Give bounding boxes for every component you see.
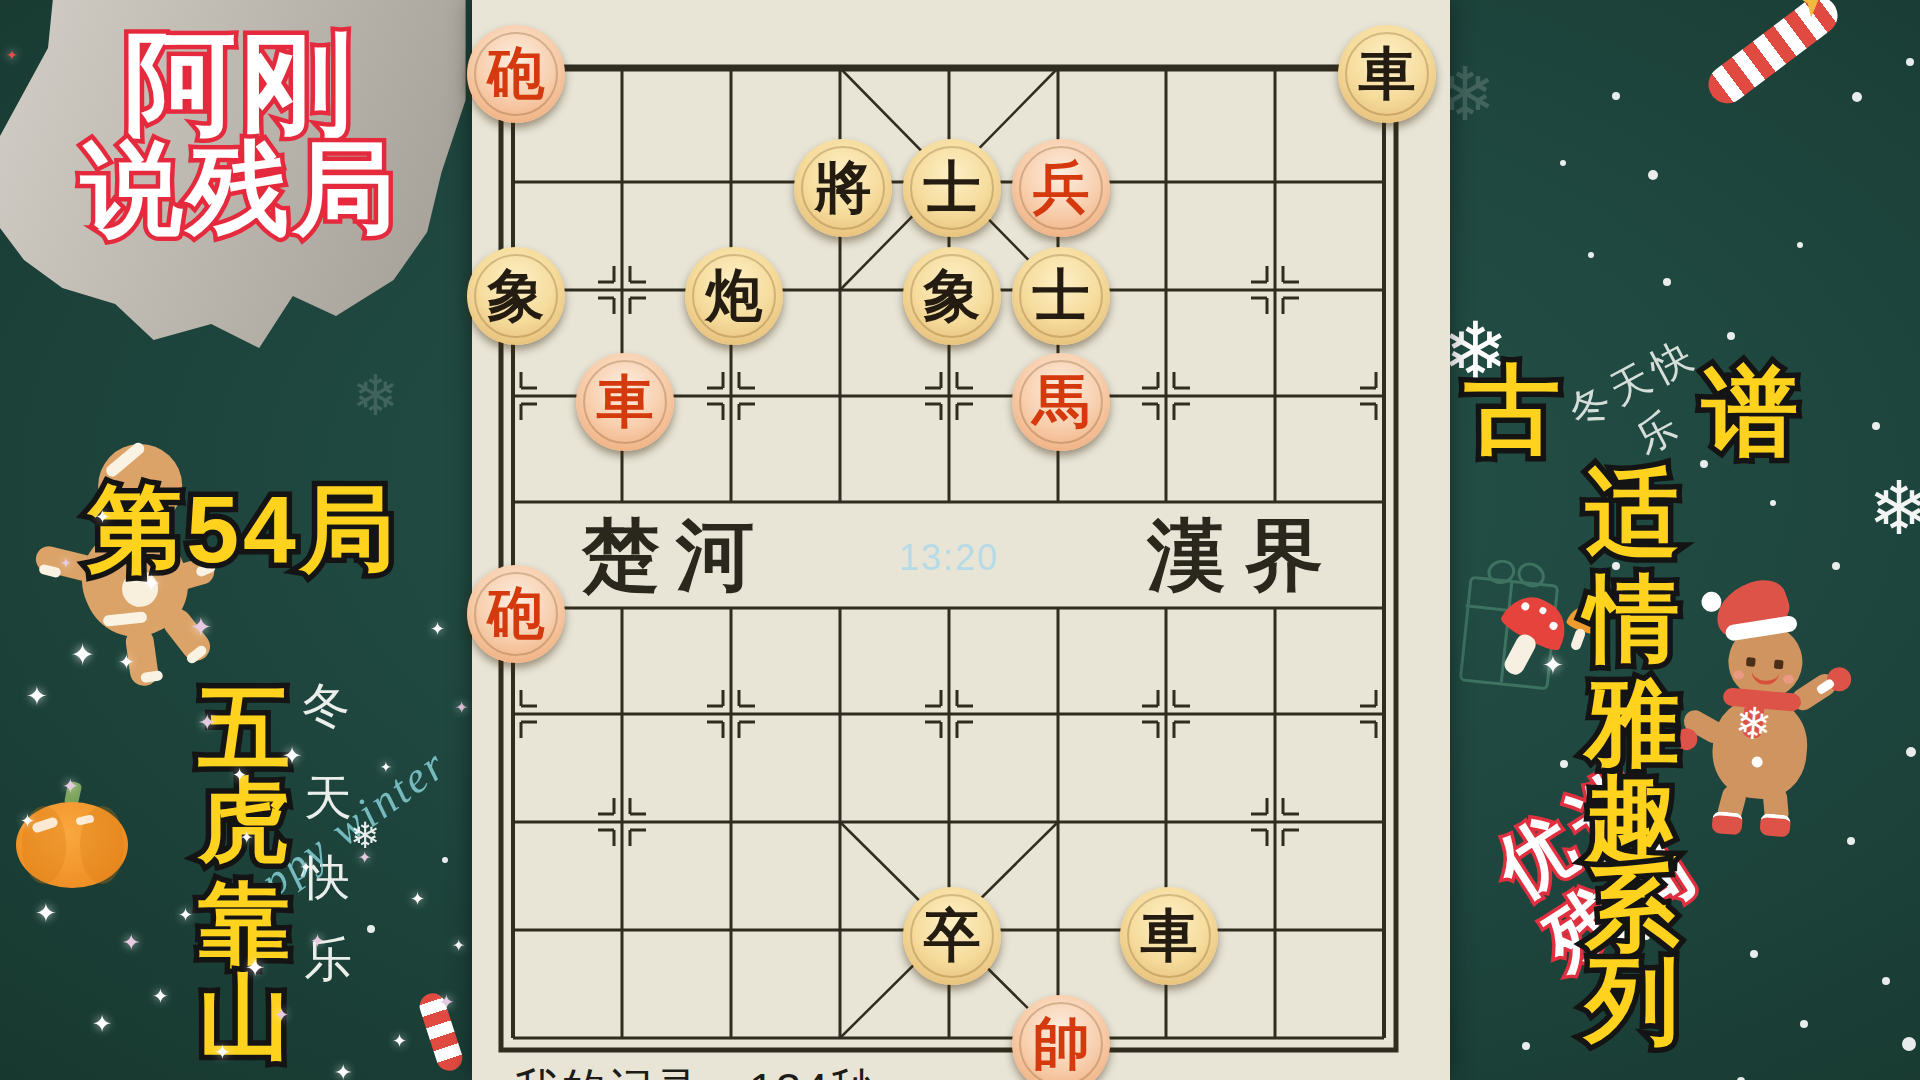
snow-dot: [1522, 1042, 1530, 1050]
snow-dot: [1588, 252, 1594, 258]
snow-dot: [1832, 562, 1840, 570]
snowflake-icon: ❄: [1733, 700, 1774, 747]
xiangqi-board[interactable]: 楚河 漢界 13:20 砲車將士兵象炮象士車馬砲卒車帥: [472, 0, 1450, 1080]
piece-character: 士: [924, 150, 981, 227]
pumpkin-icon: [14, 790, 134, 890]
sparkle-icon: ✦: [92, 1012, 112, 1036]
series-title-char: 靠: [194, 875, 294, 974]
piece-black-advisor[interactable]: 士: [1012, 247, 1110, 345]
sparkle-icon: ✦: [6, 48, 18, 62]
snow-dot: [1663, 278, 1671, 286]
game-timer: 13:20: [899, 537, 999, 578]
sparkle-icon: ✦: [20, 812, 35, 830]
piece-black-elephant[interactable]: 象: [467, 247, 565, 345]
river-text-left: 楚河: [581, 512, 770, 599]
sparkle-icon: ✦: [118, 652, 135, 672]
piece-black-chariot[interactable]: 車: [1338, 25, 1436, 123]
snow-dot: [1648, 170, 1658, 180]
sparkle-icon: ✦: [452, 938, 465, 954]
sparkle-icon: ✦: [240, 830, 253, 846]
piece-character: 炮: [706, 258, 763, 335]
sparkle-icon: ✦: [70, 640, 95, 670]
piece-red-cannon[interactable]: 砲: [467, 565, 565, 663]
piece-character: 將: [815, 150, 872, 227]
piece-character: 兵: [1033, 150, 1090, 227]
sparkle-icon: ✦: [455, 700, 468, 716]
sparkle-icon: ✦: [62, 776, 79, 796]
snow-dot: [367, 925, 375, 933]
snow-dot: [1872, 422, 1880, 430]
sparkle-icon: ✦: [190, 614, 212, 640]
piece-character: 馬: [1033, 364, 1090, 441]
piece-red-horse[interactable]: 馬: [1012, 353, 1110, 451]
candy-cane-icon: [1701, 0, 1845, 111]
piece-character: 車: [1141, 898, 1198, 975]
snow-dot: [1770, 500, 1776, 506]
piece-character: 車: [1359, 36, 1416, 113]
snow-dot: [1906, 747, 1916, 757]
sparkle-icon: ✦: [214, 1042, 231, 1062]
sparkle-icon: ✦: [1542, 652, 1564, 678]
sparkle-icon: ✦: [178, 906, 193, 924]
piece-black-elephant[interactable]: 象: [903, 247, 1001, 345]
sparkle-icon: ✦: [300, 860, 312, 874]
sparkle-icon: ✦: [392, 1032, 407, 1050]
piece-character: 帥: [1033, 1006, 1090, 1080]
piece-character: 象: [488, 258, 545, 335]
sparkle-icon: ✦: [26, 683, 48, 709]
snow-dot: [1906, 58, 1914, 66]
piece-character: 士: [1033, 258, 1090, 335]
piece-black-chariot[interactable]: 車: [1120, 887, 1218, 985]
sparkle-icon: ✦: [274, 1006, 289, 1024]
series-name-char: 情: [1582, 568, 1682, 670]
snowflake-icon: ❄: [1868, 472, 1920, 546]
snow-dot: [1612, 92, 1620, 100]
piece-character: 砲: [488, 576, 545, 653]
snow-dot: [1727, 332, 1735, 340]
snow-dot: [1847, 837, 1855, 845]
sparkle-icon: ✦: [122, 932, 140, 954]
series-name-char: 雅: [1582, 672, 1682, 774]
snow-dot: [1560, 160, 1566, 166]
sparkle-icon: ✦: [95, 508, 110, 526]
sparkle-icon: ✦: [438, 992, 455, 1012]
piece-character: 卒: [924, 898, 981, 975]
snow-dot: [1750, 950, 1758, 958]
channel-title-line2: 说残局: [15, 134, 465, 244]
snow-dot: [1902, 1037, 1916, 1051]
sparkle-icon: ✦: [310, 932, 325, 950]
snow-dot: [1560, 760, 1568, 768]
piece-black-soldier[interactable]: 卒: [903, 887, 1001, 985]
snow-dot: [1852, 92, 1862, 102]
series-name-char: 适: [1582, 462, 1682, 564]
piece-red-soldier[interactable]: 兵: [1012, 139, 1110, 237]
sparkle-icon: ✦: [245, 956, 265, 980]
episode-number: 第54局: [58, 478, 428, 581]
winter-greeting-char: 乐: [298, 928, 358, 992]
snowflake-icon: ❄: [352, 368, 399, 424]
sparkle-icon: ✦: [334, 1062, 352, 1080]
snowflake-icon: ❄: [350, 818, 380, 854]
snow-dot: [1800, 1020, 1808, 1028]
piece-character: 車: [597, 364, 654, 441]
sparkle-icon: ✦: [282, 744, 302, 768]
sparkle-icon: ✦: [60, 556, 72, 570]
piece-red-chariot[interactable]: 車: [576, 353, 674, 451]
sparkle-icon: ✦: [430, 620, 445, 638]
sparkle-icon: ✦: [410, 890, 425, 908]
gingerbread-santa-icon: ❄: [1683, 577, 1873, 826]
sparkle-icon: ✦: [35, 900, 57, 926]
piece-character: 砲: [488, 36, 545, 113]
stage: 阿刚 说残局 第54局 五 虎 靠 山 冬 天 快 乐 happy winter: [0, 0, 1920, 1080]
sparkle-icon: ✦: [232, 766, 247, 784]
piece-black-general[interactable]: 將: [794, 139, 892, 237]
piece-black-cannon[interactable]: 炮: [685, 247, 783, 345]
piece-character: 象: [924, 258, 981, 335]
channel-title-line1: 阿刚: [55, 24, 425, 145]
river-text-right: 漢界: [1146, 512, 1343, 599]
piece-black-advisor[interactable]: 士: [903, 139, 1001, 237]
series-name-char: 列: [1582, 950, 1682, 1052]
sparkle-icon: ✦: [380, 760, 392, 774]
series-name-char: 趣: [1582, 768, 1682, 870]
record-text: 我的记录：134秒: [514, 1060, 877, 1080]
series-title-char: 虎: [194, 771, 294, 870]
piece-red-cannon[interactable]: 砲: [467, 25, 565, 123]
snow-dot: [442, 857, 448, 863]
sparkle-icon: ✦: [142, 573, 160, 595]
sparkle-icon: ✦: [152, 986, 169, 1006]
snow-dot: [1797, 242, 1803, 248]
series-label-char: 谱: [1700, 360, 1800, 464]
snow-dot: [1882, 977, 1890, 985]
sparkle-icon: ✦: [198, 712, 216, 734]
series-name-char: 系: [1582, 858, 1682, 960]
winter-greeting-char: 冬: [296, 674, 356, 738]
series-label-char: 古: [1462, 358, 1562, 462]
